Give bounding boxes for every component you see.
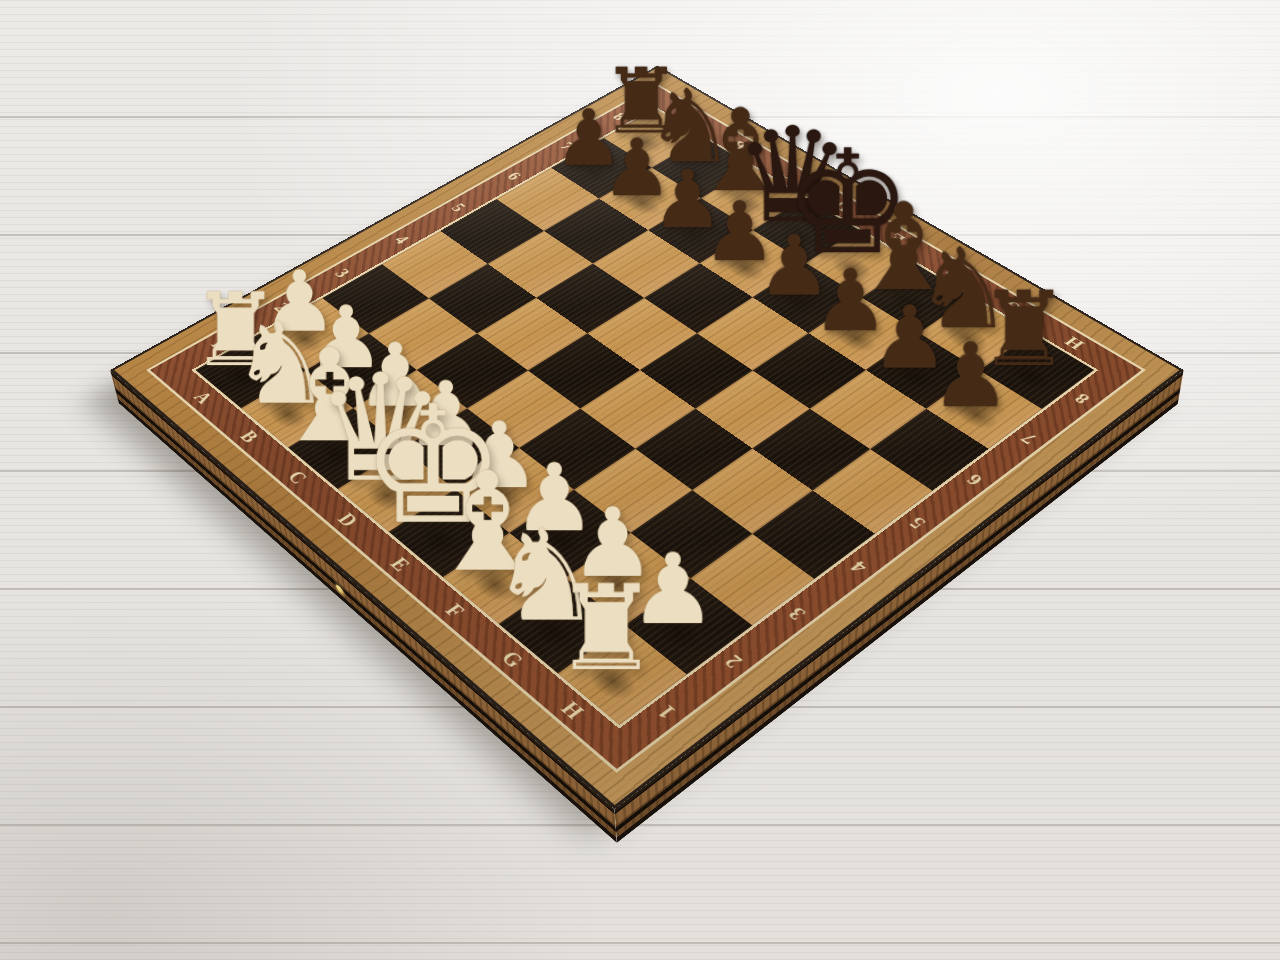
black-pawn-h7[interactable]: ♟ [873, 334, 1069, 418]
chess-board: ABCDEFGH ABCDEFGH 12345678 12345678 ♜♞♝♛… [110, 66, 1184, 810]
brass-clasp-icon [335, 583, 344, 596]
table-surface: ABCDEFGH ABCDEFGH 12345678 12345678 ♜♞♝♛… [0, 0, 1280, 960]
white-rook-h1[interactable]: ♜ [496, 573, 716, 685]
chess-box: ABCDEFGH ABCDEFGH 12345678 12345678 ♜♞♝♛… [110, 66, 1184, 810]
board-squares: ♜♞♝♛♚♝♞♜♟♟♟♟♟♟♟♟♟♟♟♟♟♟♟♟♜♞♝♛♚♝♞♜ [192, 107, 1099, 729]
